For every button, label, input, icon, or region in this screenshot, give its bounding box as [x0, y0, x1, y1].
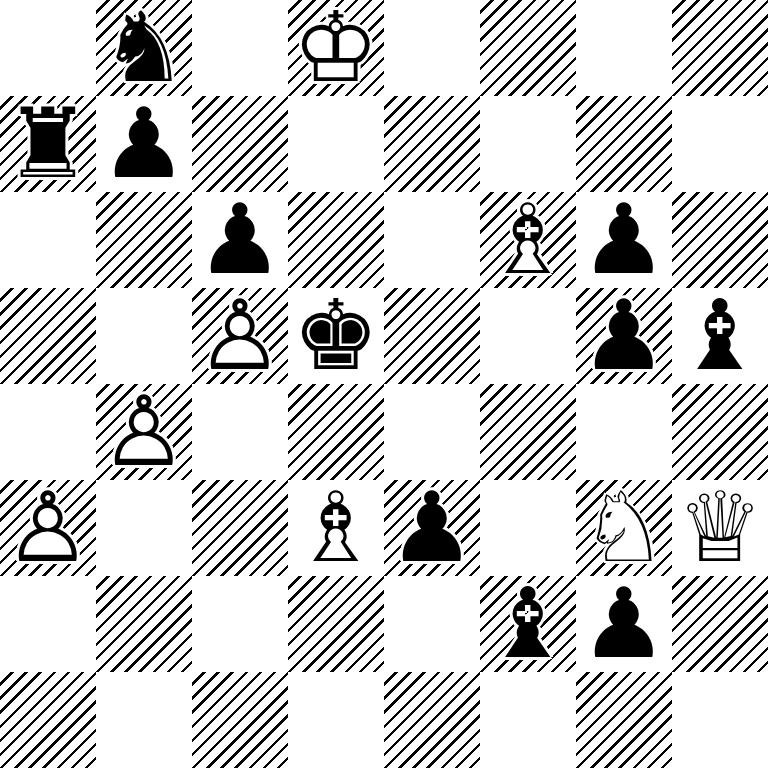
square-f5[interactable] [480, 288, 576, 384]
square-f3[interactable] [480, 480, 576, 576]
square-g1[interactable] [576, 672, 672, 768]
black-pawn-glyph: ♟ [384, 480, 480, 576]
square-f8[interactable] [480, 0, 576, 96]
black-pawn-piece: ♟♟ [576, 192, 672, 288]
black-pawn-glyph: ♟ [576, 192, 672, 288]
white-king-piece: ♚♔ [288, 0, 384, 96]
white-pawn-piece: ♟♙ [0, 480, 96, 576]
square-a4[interactable] [0, 384, 96, 480]
square-c2[interactable] [192, 576, 288, 672]
black-knight-glyph: ♞ [96, 0, 192, 96]
square-g4[interactable] [576, 384, 672, 480]
black-pawn-glyph: ♟ [192, 192, 288, 288]
square-h3[interactable]: ♛♕ [672, 480, 768, 576]
square-e2[interactable] [384, 576, 480, 672]
white-bishop-glyph: ♗ [288, 480, 384, 576]
black-pawn-glyph: ♟ [576, 288, 672, 384]
square-h7[interactable] [672, 96, 768, 192]
black-king-glyph: ♚ [288, 288, 384, 384]
square-e4[interactable] [384, 384, 480, 480]
square-c7[interactable] [192, 96, 288, 192]
square-a6[interactable] [0, 192, 96, 288]
white-pawn-piece: ♟♙ [192, 288, 288, 384]
square-d2[interactable] [288, 576, 384, 672]
square-g8[interactable] [576, 0, 672, 96]
white-knight-piece: ♞♘ [576, 480, 672, 576]
square-a2[interactable] [0, 576, 96, 672]
white-queen-piece: ♛♕ [672, 480, 768, 576]
black-knight-piece: ♞♞ [96, 0, 192, 96]
white-pawn-piece: ♟♙ [96, 384, 192, 480]
square-d6[interactable] [288, 192, 384, 288]
square-a3[interactable]: ♟♙ [0, 480, 96, 576]
square-d4[interactable] [288, 384, 384, 480]
square-b4[interactable]: ♟♙ [96, 384, 192, 480]
square-g6[interactable]: ♟♟ [576, 192, 672, 288]
square-h6[interactable] [672, 192, 768, 288]
square-e8[interactable] [384, 0, 480, 96]
square-b5[interactable] [96, 288, 192, 384]
square-g2[interactable]: ♟♟ [576, 576, 672, 672]
white-queen-glyph: ♕ [672, 480, 768, 576]
square-g5[interactable]: ♟♟ [576, 288, 672, 384]
square-h1[interactable] [672, 672, 768, 768]
square-f4[interactable] [480, 384, 576, 480]
white-bishop-piece: ♝♗ [288, 480, 384, 576]
square-e6[interactable] [384, 192, 480, 288]
black-pawn-piece: ♟♟ [192, 192, 288, 288]
square-e3[interactable]: ♟♟ [384, 480, 480, 576]
square-d7[interactable] [288, 96, 384, 192]
white-knight-glyph: ♘ [576, 480, 672, 576]
white-pawn-glyph: ♙ [96, 384, 192, 480]
square-d1[interactable] [288, 672, 384, 768]
white-bishop-glyph: ♗ [480, 192, 576, 288]
square-c5[interactable]: ♟♙ [192, 288, 288, 384]
square-h4[interactable] [672, 384, 768, 480]
black-bishop-glyph: ♝ [672, 288, 768, 384]
white-king-glyph: ♔ [288, 0, 384, 96]
square-c4[interactable] [192, 384, 288, 480]
white-pawn-glyph: ♙ [192, 288, 288, 384]
square-a1[interactable] [0, 672, 96, 768]
square-b2[interactable] [96, 576, 192, 672]
square-e5[interactable] [384, 288, 480, 384]
square-g7[interactable] [576, 96, 672, 192]
square-b8[interactable]: ♞♞ [96, 0, 192, 96]
white-bishop-piece: ♝♗ [480, 192, 576, 288]
square-b6[interactable] [96, 192, 192, 288]
square-h8[interactable] [672, 0, 768, 96]
square-h2[interactable] [672, 576, 768, 672]
square-a7[interactable]: ♜♜ [0, 96, 96, 192]
black-rook-glyph: ♜ [0, 96, 96, 192]
square-e7[interactable] [384, 96, 480, 192]
black-pawn-piece: ♟♟ [384, 480, 480, 576]
square-f7[interactable] [480, 96, 576, 192]
square-d8[interactable]: ♚♔ [288, 0, 384, 96]
square-c1[interactable] [192, 672, 288, 768]
black-king-piece: ♚♚ [288, 288, 384, 384]
black-pawn-glyph: ♟ [96, 96, 192, 192]
square-c6[interactable]: ♟♟ [192, 192, 288, 288]
black-pawn-glyph: ♟ [576, 576, 672, 672]
square-e1[interactable] [384, 672, 480, 768]
white-pawn-glyph: ♙ [0, 480, 96, 576]
square-b3[interactable] [96, 480, 192, 576]
square-d3[interactable]: ♝♗ [288, 480, 384, 576]
black-bishop-piece: ♝♝ [480, 576, 576, 672]
black-pawn-piece: ♟♟ [576, 576, 672, 672]
black-rook-piece: ♜♜ [0, 96, 96, 192]
chess-diagram: ♞♞♚♔♜♜♟♟♟♟♝♗♟♟♟♙♚♚♟♟♝♝♟♙♟♙♝♗♟♟♞♘♛♕♝♝♟♟ [0, 0, 768, 768]
square-f2[interactable]: ♝♝ [480, 576, 576, 672]
square-g3[interactable]: ♞♘ [576, 480, 672, 576]
black-pawn-piece: ♟♟ [96, 96, 192, 192]
square-f1[interactable] [480, 672, 576, 768]
square-a8[interactable] [0, 0, 96, 96]
square-b1[interactable] [96, 672, 192, 768]
black-pawn-piece: ♟♟ [576, 288, 672, 384]
chess-board: ♞♞♚♔♜♜♟♟♟♟♝♗♟♟♟♙♚♚♟♟♝♝♟♙♟♙♝♗♟♟♞♘♛♕♝♝♟♟ [0, 0, 768, 768]
black-bishop-piece: ♝♝ [672, 288, 768, 384]
square-h5[interactable]: ♝♝ [672, 288, 768, 384]
square-c3[interactable] [192, 480, 288, 576]
square-b7[interactable]: ♟♟ [96, 96, 192, 192]
black-bishop-glyph: ♝ [480, 576, 576, 672]
square-c8[interactable] [192, 0, 288, 96]
square-a5[interactable] [0, 288, 96, 384]
square-d5[interactable]: ♚♚ [288, 288, 384, 384]
square-f6[interactable]: ♝♗ [480, 192, 576, 288]
